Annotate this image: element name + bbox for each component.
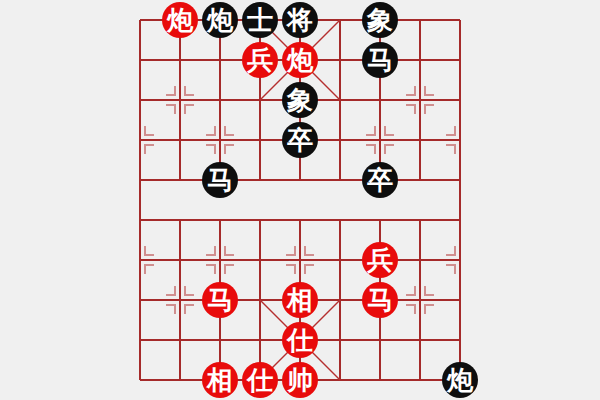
pieces-layer: 炮炮士将象兵炮马象卒马卒兵马相马仕相仕帅炮 (120, 0, 480, 400)
piece-red-cannon[interactable]: 炮 (162, 2, 198, 38)
piece-red-soldier[interactable]: 兵 (362, 242, 398, 278)
piece-red-elephant[interactable]: 相 (282, 282, 318, 318)
piece-red-soldier[interactable]: 兵 (242, 42, 278, 78)
piece-red-horse[interactable]: 马 (202, 282, 238, 318)
piece-black-cannon[interactable]: 炮 (442, 362, 478, 398)
piece-red-horse[interactable]: 马 (362, 282, 398, 318)
piece-black-horse[interactable]: 马 (202, 162, 238, 198)
piece-black-elephant[interactable]: 象 (362, 2, 398, 38)
piece-black-advisor[interactable]: 士 (242, 2, 278, 38)
piece-black-cannon[interactable]: 炮 (202, 2, 238, 38)
piece-black-soldier[interactable]: 卒 (362, 162, 398, 198)
piece-red-advisor[interactable]: 仕 (242, 362, 278, 398)
piece-black-general[interactable]: 将 (282, 2, 318, 38)
piece-black-horse[interactable]: 马 (362, 42, 398, 78)
piece-red-elephant[interactable]: 相 (202, 362, 238, 398)
piece-red-cannon[interactable]: 炮 (282, 42, 318, 78)
piece-black-elephant[interactable]: 象 (282, 82, 318, 118)
piece-black-soldier[interactable]: 卒 (282, 122, 318, 158)
piece-red-advisor[interactable]: 仕 (282, 322, 318, 358)
piece-red-general[interactable]: 帅 (282, 362, 318, 398)
xiangqi-board: 炮炮士将象兵炮马象卒马卒兵马相马仕相仕帅炮 (0, 0, 600, 400)
